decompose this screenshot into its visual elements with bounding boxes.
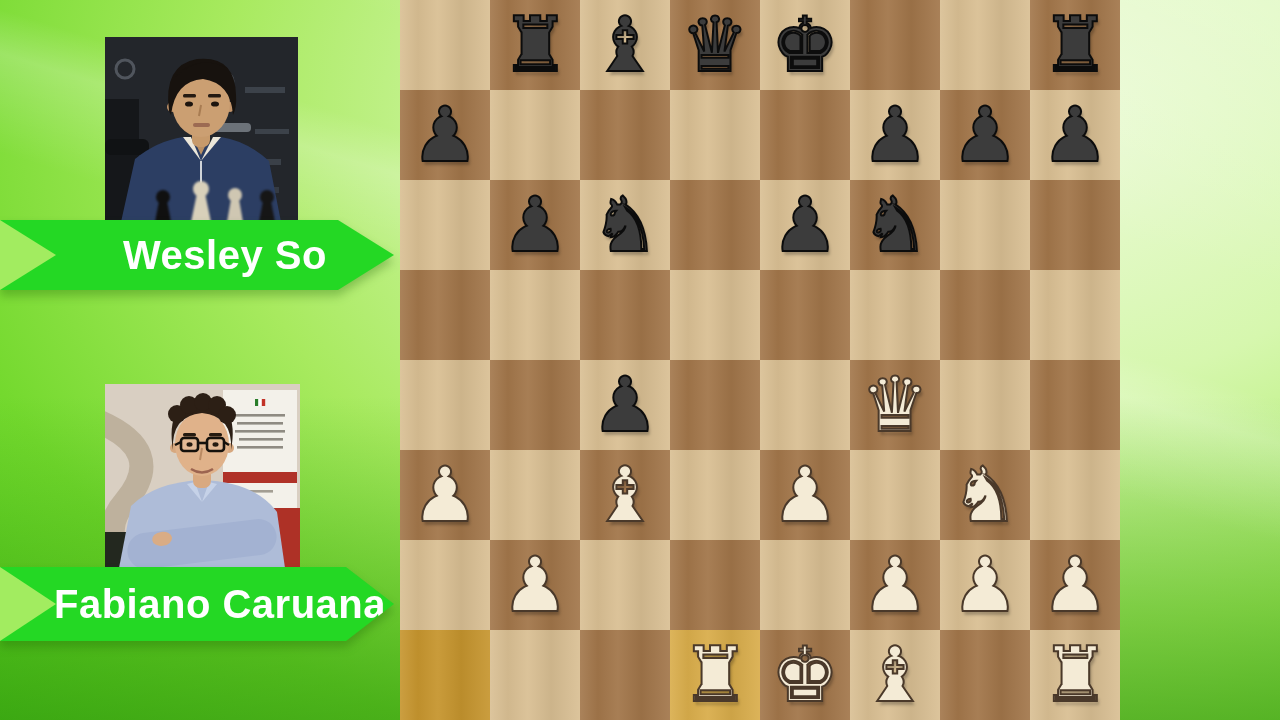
- square-e7: [760, 90, 850, 180]
- square-f7: ♟: [850, 90, 940, 180]
- square-a2: [400, 540, 490, 630]
- square-c7: [580, 90, 670, 180]
- square-g7: ♟: [940, 90, 1030, 180]
- square-g5: [940, 270, 1030, 360]
- square-a1: [400, 630, 490, 720]
- square-a6: [400, 180, 490, 270]
- square-c4: ♟: [580, 360, 670, 450]
- square-e4: [760, 360, 850, 450]
- square-d2: [670, 540, 760, 630]
- square-h4: [1030, 360, 1120, 450]
- square-d7: [670, 90, 760, 180]
- player-name-black: Wesley So: [123, 233, 327, 278]
- square-a4: [400, 360, 490, 450]
- square-e3: ♟: [760, 450, 850, 540]
- banner-chevron-icon: [0, 220, 56, 290]
- square-e1: ♚: [760, 630, 850, 720]
- square-b5: [490, 270, 580, 360]
- white-bishop-c3: ♝: [580, 450, 670, 540]
- square-f3: [850, 450, 940, 540]
- square-e2: [760, 540, 850, 630]
- square-e8: ♚: [760, 0, 850, 90]
- square-h2: ♟: [1030, 540, 1120, 630]
- square-c6: ♞: [580, 180, 670, 270]
- black-pawn-a7: ♟: [400, 90, 490, 180]
- photo-wesley-so: [105, 37, 298, 222]
- banner-arrow-white: Fabiano Caruana: [0, 567, 394, 641]
- black-rook-b8: ♜: [490, 0, 580, 90]
- white-rook-d1: ♜: [670, 630, 760, 720]
- square-c2: [580, 540, 670, 630]
- square-g3: ♞: [940, 450, 1030, 540]
- player-name-white: Fabiano Caruana: [54, 582, 386, 627]
- square-b7: [490, 90, 580, 180]
- white-rook-h1: ♜: [1030, 630, 1120, 720]
- banner-arrow-black: Wesley So: [0, 220, 394, 290]
- chess-board: ♜♝♛♚♜♟♟♟♟♟♞♟♞♟♛♟♝♟♞♟♟♟♟♜♚♝♜: [400, 0, 1120, 720]
- black-pawn-e6: ♟: [760, 180, 850, 270]
- square-c8: ♝: [580, 0, 670, 90]
- square-d3: [670, 450, 760, 540]
- banner-chevron-icon: [0, 567, 56, 641]
- square-g4: [940, 360, 1030, 450]
- square-c1: [580, 630, 670, 720]
- square-b3: [490, 450, 580, 540]
- black-knight-c6: ♞: [580, 180, 670, 270]
- white-pawn-f2: ♟: [850, 540, 940, 630]
- white-queen-f4: ♛: [850, 360, 940, 450]
- square-c5: [580, 270, 670, 360]
- white-bishop-f1: ♝: [850, 630, 940, 720]
- square-b4: [490, 360, 580, 450]
- page: { "game": "chess", "players": { "top": {…: [0, 0, 1280, 720]
- square-d6: [670, 180, 760, 270]
- square-b2: ♟: [490, 540, 580, 630]
- white-pawn-b2: ♟: [490, 540, 580, 630]
- square-a7: ♟: [400, 90, 490, 180]
- square-g6: [940, 180, 1030, 270]
- square-f5: [850, 270, 940, 360]
- square-a5: [400, 270, 490, 360]
- square-g8: [940, 0, 1030, 90]
- square-b6: ♟: [490, 180, 580, 270]
- square-d4: [670, 360, 760, 450]
- black-bishop-c8: ♝: [580, 0, 670, 90]
- square-g2: ♟: [940, 540, 1030, 630]
- square-f1: ♝: [850, 630, 940, 720]
- white-pawn-g2: ♟: [940, 540, 1030, 630]
- black-pawn-b6: ♟: [490, 180, 580, 270]
- square-b8: ♜: [490, 0, 580, 90]
- square-d5: [670, 270, 760, 360]
- black-queen-d8: ♛: [670, 0, 760, 90]
- square-h3: [1030, 450, 1120, 540]
- square-h7: ♟: [1030, 90, 1120, 180]
- white-pawn-h2: ♟: [1030, 540, 1120, 630]
- square-g1: [940, 630, 1030, 720]
- black-knight-f6: ♞: [850, 180, 940, 270]
- square-a3: ♟: [400, 450, 490, 540]
- black-pawn-f7: ♟: [850, 90, 940, 180]
- white-king-e1: ♚: [760, 630, 850, 720]
- square-c3: ♝: [580, 450, 670, 540]
- square-h8: ♜: [1030, 0, 1120, 90]
- square-h1: ♜: [1030, 630, 1120, 720]
- photo-fabiano-caruana: [105, 383, 300, 569]
- square-f4: ♛: [850, 360, 940, 450]
- player-banner-black: Wesley So: [0, 220, 394, 290]
- black-pawn-h7: ♟: [1030, 90, 1120, 180]
- square-b1: [490, 630, 580, 720]
- square-d8: ♛: [670, 0, 760, 90]
- square-h5: [1030, 270, 1120, 360]
- white-pawn-e3: ♟: [760, 450, 850, 540]
- square-f2: ♟: [850, 540, 940, 630]
- player-banner-white: Fabiano Caruana: [0, 567, 394, 641]
- white-knight-g3: ♞: [940, 450, 1030, 540]
- white-pawn-a3: ♟: [400, 450, 490, 540]
- black-king-e8: ♚: [760, 0, 850, 90]
- square-f8: [850, 0, 940, 90]
- black-pawn-c4: ♟: [580, 360, 670, 450]
- square-h6: [1030, 180, 1120, 270]
- square-f6: ♞: [850, 180, 940, 270]
- black-pawn-g7: ♟: [940, 90, 1030, 180]
- square-d1: ♜: [670, 630, 760, 720]
- square-a8: [400, 0, 490, 90]
- square-e6: ♟: [760, 180, 850, 270]
- black-rook-h8: ♜: [1030, 0, 1120, 90]
- square-e5: [760, 270, 850, 360]
